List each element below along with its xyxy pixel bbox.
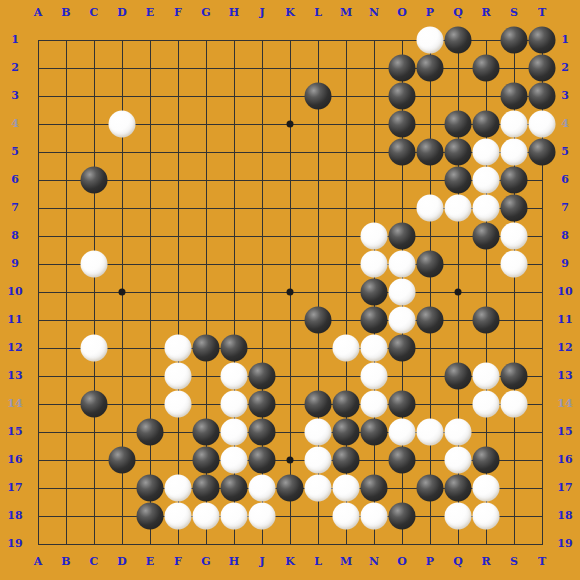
row-label-left: 12 (0, 339, 30, 357)
column-label-top: D (108, 4, 136, 22)
white-stone (389, 307, 416, 334)
white-stone (501, 251, 528, 278)
white-stone (389, 251, 416, 278)
column-label-bottom: P (416, 553, 444, 571)
black-stone (137, 419, 164, 446)
column-label-bottom: O (388, 553, 416, 571)
row-label-left: 10 (0, 283, 30, 301)
black-stone (473, 447, 500, 474)
white-stone (473, 167, 500, 194)
black-stone (249, 419, 276, 446)
white-stone (417, 195, 444, 222)
black-stone (193, 447, 220, 474)
black-stone (81, 167, 108, 194)
black-stone (389, 447, 416, 474)
white-stone (165, 475, 192, 502)
column-label-top: M (332, 4, 360, 22)
row-label-right: 19 (550, 535, 580, 553)
black-stone (501, 167, 528, 194)
column-label-bottom: M (332, 553, 360, 571)
row-label-left: 18 (0, 507, 30, 525)
black-stone (473, 111, 500, 138)
black-stone (445, 27, 472, 54)
black-stone (417, 475, 444, 502)
row-label-right: 15 (550, 423, 580, 441)
grid-line-vertical (430, 40, 431, 545)
grid-line-vertical (66, 40, 67, 545)
black-stone (389, 83, 416, 110)
black-stone (221, 475, 248, 502)
white-stone (501, 139, 528, 166)
row-label-left: 11 (0, 311, 30, 329)
row-label-right: 12 (550, 339, 580, 357)
grid-line-vertical (178, 40, 179, 545)
black-stone (473, 55, 500, 82)
grid-line-vertical (38, 40, 39, 545)
column-label-bottom: Q (444, 553, 472, 571)
black-stone (361, 307, 388, 334)
column-label-bottom: B (52, 553, 80, 571)
column-label-top: G (192, 4, 220, 22)
row-label-right: 11 (550, 311, 580, 329)
white-stone (445, 447, 472, 474)
column-label-top: C (80, 4, 108, 22)
black-stone (361, 419, 388, 446)
black-stone (501, 27, 528, 54)
white-stone (249, 503, 276, 530)
black-stone (417, 307, 444, 334)
star-point (287, 289, 294, 296)
row-label-left: 17 (0, 479, 30, 497)
black-stone (417, 251, 444, 278)
black-stone (249, 391, 276, 418)
black-stone (529, 27, 556, 54)
white-stone (361, 503, 388, 530)
white-stone (333, 503, 360, 530)
white-stone (473, 391, 500, 418)
white-stone (417, 419, 444, 446)
column-label-bottom: T (528, 553, 556, 571)
white-stone (389, 419, 416, 446)
white-stone (165, 363, 192, 390)
black-stone (305, 391, 332, 418)
black-stone (445, 111, 472, 138)
white-stone (529, 111, 556, 138)
column-label-top: H (220, 4, 248, 22)
black-stone (445, 139, 472, 166)
black-stone (389, 55, 416, 82)
row-label-right: 17 (550, 479, 580, 497)
black-stone (193, 419, 220, 446)
black-stone (277, 475, 304, 502)
column-label-top: K (276, 4, 304, 22)
column-label-bottom: E (136, 553, 164, 571)
black-stone (193, 335, 220, 362)
row-label-left: 3 (0, 87, 30, 105)
white-stone (333, 335, 360, 362)
column-label-top: R (472, 4, 500, 22)
white-stone (109, 111, 136, 138)
star-point (455, 289, 462, 296)
column-label-top: P (416, 4, 444, 22)
black-stone (445, 167, 472, 194)
black-stone (361, 475, 388, 502)
column-label-top: S (500, 4, 528, 22)
white-stone (165, 335, 192, 362)
black-stone (389, 139, 416, 166)
column-label-top: N (360, 4, 388, 22)
white-stone (221, 391, 248, 418)
star-point (287, 121, 294, 128)
white-stone (305, 447, 332, 474)
white-stone (389, 279, 416, 306)
black-stone (417, 139, 444, 166)
row-label-right: 6 (550, 171, 580, 189)
white-stone (417, 27, 444, 54)
column-label-top: T (528, 4, 556, 22)
column-label-bottom: H (220, 553, 248, 571)
row-label-left: 8 (0, 227, 30, 245)
white-stone (221, 447, 248, 474)
black-stone (333, 419, 360, 446)
black-stone (501, 363, 528, 390)
white-stone (445, 419, 472, 446)
column-label-top: L (304, 4, 332, 22)
white-stone (473, 195, 500, 222)
white-stone (473, 475, 500, 502)
row-label-left: 14 (0, 395, 30, 413)
white-stone (361, 223, 388, 250)
black-stone (137, 475, 164, 502)
column-label-bottom: C (80, 553, 108, 571)
column-label-top: A (24, 4, 52, 22)
black-stone (333, 447, 360, 474)
white-stone (249, 475, 276, 502)
white-stone (361, 363, 388, 390)
white-stone (165, 391, 192, 418)
white-stone (165, 503, 192, 530)
row-label-left: 16 (0, 451, 30, 469)
column-label-bottom: G (192, 553, 220, 571)
row-label-right: 10 (550, 283, 580, 301)
black-stone (501, 195, 528, 222)
black-stone (389, 503, 416, 530)
row-label-right: 14 (550, 395, 580, 413)
column-label-top: E (136, 4, 164, 22)
black-stone (389, 391, 416, 418)
row-label-left: 19 (0, 535, 30, 553)
column-label-bottom: S (500, 553, 528, 571)
black-stone (333, 391, 360, 418)
white-stone (473, 139, 500, 166)
black-stone (81, 391, 108, 418)
grid-line-vertical (94, 40, 95, 545)
white-stone (81, 335, 108, 362)
column-label-bottom: L (304, 553, 332, 571)
white-stone (445, 195, 472, 222)
black-stone (249, 447, 276, 474)
row-label-left: 2 (0, 59, 30, 77)
row-label-right: 13 (550, 367, 580, 385)
white-stone (501, 391, 528, 418)
white-stone (333, 475, 360, 502)
column-label-bottom: F (164, 553, 192, 571)
column-label-top: B (52, 4, 80, 22)
black-stone (361, 279, 388, 306)
black-stone (305, 83, 332, 110)
column-label-bottom: A (24, 553, 52, 571)
white-stone (221, 363, 248, 390)
row-label-left: 9 (0, 255, 30, 273)
black-stone (529, 83, 556, 110)
white-stone (361, 251, 388, 278)
column-label-top: O (388, 4, 416, 22)
row-label-right: 16 (550, 451, 580, 469)
black-stone (389, 223, 416, 250)
row-label-left: 4 (0, 115, 30, 133)
column-label-bottom: K (276, 553, 304, 571)
white-stone (501, 223, 528, 250)
black-stone (389, 111, 416, 138)
black-stone (501, 83, 528, 110)
black-stone (221, 335, 248, 362)
white-stone (221, 419, 248, 446)
grid-line-vertical (150, 40, 151, 545)
black-stone (389, 335, 416, 362)
row-label-right: 7 (550, 199, 580, 217)
column-label-bottom: R (472, 553, 500, 571)
white-stone (193, 503, 220, 530)
column-label-top: J (248, 4, 276, 22)
black-stone (137, 503, 164, 530)
black-stone (305, 307, 332, 334)
star-point (119, 289, 126, 296)
black-stone (417, 55, 444, 82)
black-stone (109, 447, 136, 474)
white-stone (361, 335, 388, 362)
black-stone (473, 307, 500, 334)
row-label-left: 5 (0, 143, 30, 161)
white-stone (501, 111, 528, 138)
black-stone (249, 363, 276, 390)
black-stone (445, 475, 472, 502)
black-stone (473, 223, 500, 250)
column-label-top: F (164, 4, 192, 22)
star-point (287, 457, 294, 464)
column-label-bottom: J (248, 553, 276, 571)
row-label-left: 13 (0, 367, 30, 385)
white-stone (221, 503, 248, 530)
row-label-left: 7 (0, 199, 30, 217)
row-label-right: 18 (550, 507, 580, 525)
black-stone (193, 475, 220, 502)
white-stone (361, 391, 388, 418)
white-stone (473, 503, 500, 530)
row-label-right: 9 (550, 255, 580, 273)
row-label-left: 1 (0, 31, 30, 49)
column-label-bottom: D (108, 553, 136, 571)
row-label-left: 15 (0, 423, 30, 441)
black-stone (445, 363, 472, 390)
white-stone (445, 503, 472, 530)
white-stone (81, 251, 108, 278)
row-label-right: 8 (550, 227, 580, 245)
go-board[interactable]: AABBCCDDEEFFGGHHJJKKLLMMNNOOPPQQRRSSTT11… (0, 0, 580, 580)
black-stone (529, 55, 556, 82)
white-stone (305, 419, 332, 446)
white-stone (305, 475, 332, 502)
row-label-left: 6 (0, 171, 30, 189)
black-stone (529, 139, 556, 166)
white-stone (473, 363, 500, 390)
column-label-top: Q (444, 4, 472, 22)
column-label-bottom: N (360, 553, 388, 571)
